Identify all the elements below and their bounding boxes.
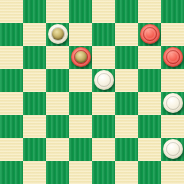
dark-square-10[interactable] <box>69 46 92 69</box>
dark-square-17[interactable] <box>23 92 46 115</box>
dark-square-22[interactable] <box>46 115 69 138</box>
dark-square-2[interactable] <box>69 0 92 23</box>
dark-square-3[interactable] <box>115 0 138 23</box>
dark-square-18[interactable] <box>69 92 92 115</box>
dark-square-15[interactable] <box>92 69 115 92</box>
dark-square-5[interactable] <box>0 23 23 46</box>
dark-square-23[interactable] <box>92 115 115 138</box>
dark-square-16[interactable] <box>138 69 161 92</box>
light-square <box>138 92 161 115</box>
dark-square-11[interactable] <box>115 46 138 69</box>
light-square <box>46 92 69 115</box>
dark-square-14[interactable] <box>46 69 69 92</box>
dark-square-28[interactable] <box>161 138 184 161</box>
light-square <box>138 0 161 23</box>
white-man-piece[interactable] <box>94 70 114 90</box>
light-square <box>46 46 69 69</box>
dark-square-24[interactable] <box>138 115 161 138</box>
dark-square-30[interactable] <box>46 161 69 184</box>
light-square <box>0 0 23 23</box>
light-square <box>69 115 92 138</box>
light-square <box>138 138 161 161</box>
light-square <box>161 23 184 46</box>
dark-square-29[interactable] <box>0 161 23 184</box>
dark-square-27[interactable] <box>115 138 138 161</box>
white-man-piece[interactable] <box>163 139 183 159</box>
dark-square-32[interactable] <box>138 161 161 184</box>
dark-square-31[interactable] <box>92 161 115 184</box>
white-man-piece[interactable] <box>163 93 183 113</box>
dark-square-1[interactable] <box>23 0 46 23</box>
dark-square-26[interactable] <box>69 138 92 161</box>
light-square <box>23 115 46 138</box>
light-square <box>161 115 184 138</box>
light-square <box>0 92 23 115</box>
checkers-board <box>0 0 184 184</box>
dark-square-13[interactable] <box>0 69 23 92</box>
dark-square-25[interactable] <box>23 138 46 161</box>
dark-square-7[interactable] <box>92 23 115 46</box>
dark-square-8[interactable] <box>138 23 161 46</box>
light-square <box>46 138 69 161</box>
light-square <box>161 69 184 92</box>
dark-square-6[interactable] <box>46 23 69 46</box>
light-square <box>0 46 23 69</box>
light-square <box>92 46 115 69</box>
dark-square-19[interactable] <box>115 92 138 115</box>
light-square <box>0 138 23 161</box>
light-square <box>115 161 138 184</box>
red-man-piece[interactable] <box>140 24 160 44</box>
light-square <box>138 46 161 69</box>
light-square <box>115 115 138 138</box>
dark-square-9[interactable] <box>23 46 46 69</box>
light-square <box>69 69 92 92</box>
dark-square-21[interactable] <box>0 115 23 138</box>
light-square <box>92 138 115 161</box>
light-square <box>92 92 115 115</box>
light-square <box>23 23 46 46</box>
light-square <box>115 69 138 92</box>
light-square <box>69 23 92 46</box>
dark-square-4[interactable] <box>161 0 184 23</box>
light-square <box>161 161 184 184</box>
light-square <box>92 0 115 23</box>
dark-square-12[interactable] <box>161 46 184 69</box>
light-square <box>23 69 46 92</box>
white-king-piece[interactable] <box>48 24 68 44</box>
light-square <box>46 0 69 23</box>
light-square <box>115 23 138 46</box>
red-man-piece[interactable] <box>163 47 183 67</box>
red-king-piece[interactable] <box>71 47 91 67</box>
light-square <box>69 161 92 184</box>
light-square <box>23 161 46 184</box>
dark-square-20[interactable] <box>161 92 184 115</box>
